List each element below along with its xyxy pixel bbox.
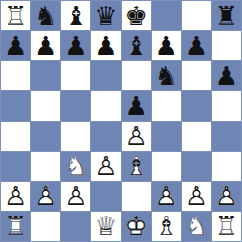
square-h7[interactable] bbox=[212, 31, 241, 60]
square-f4[interactable] bbox=[152, 122, 181, 151]
square-b6[interactable] bbox=[31, 61, 60, 90]
square-e2[interactable] bbox=[122, 182, 151, 211]
black-pawn-icon: ♟ bbox=[212, 61, 241, 90]
piece-white-pawn[interactable]: ♟♙ bbox=[212, 182, 241, 211]
black-pawn-icon: ♟ bbox=[1, 31, 30, 60]
square-a6[interactable] bbox=[1, 61, 30, 90]
square-f6[interactable]: ♞ bbox=[152, 61, 181, 90]
square-h3[interactable] bbox=[212, 152, 241, 181]
square-g4[interactable] bbox=[182, 122, 211, 151]
square-c7[interactable]: ♟ bbox=[61, 31, 90, 60]
square-e1[interactable]: ♚♔ bbox=[122, 212, 151, 241]
white-pawn-icon: ♙ bbox=[91, 152, 120, 181]
square-b5[interactable] bbox=[31, 91, 60, 120]
piece-white-knight[interactable]: ♞♘ bbox=[182, 212, 211, 241]
square-b1[interactable] bbox=[31, 212, 60, 241]
square-c3[interactable]: ♞♘ bbox=[61, 152, 90, 181]
square-c6[interactable] bbox=[61, 61, 90, 90]
piece-black-knight[interactable]: ♞ bbox=[31, 1, 60, 30]
square-a1[interactable]: ♜♖ bbox=[1, 212, 30, 241]
piece-black-pawn[interactable]: ♟ bbox=[182, 31, 211, 60]
piece-white-knight[interactable]: ♞♘ bbox=[61, 152, 90, 181]
black-queen-icon: ♛ bbox=[91, 1, 120, 30]
piece-black-pawn[interactable]: ♟ bbox=[212, 61, 241, 90]
black-king-icon: ♚ bbox=[122, 1, 151, 30]
square-b4[interactable] bbox=[31, 122, 60, 151]
piece-black-pawn[interactable]: ♟ bbox=[31, 31, 60, 60]
square-f5[interactable] bbox=[152, 91, 181, 120]
square-g6[interactable] bbox=[182, 61, 211, 90]
piece-white-pawn[interactable]: ♟♙ bbox=[91, 152, 120, 181]
piece-white-bishop[interactable]: ♝♗ bbox=[122, 152, 151, 181]
piece-black-king[interactable]: ♚ bbox=[122, 1, 151, 30]
square-d1[interactable]: ♛♕ bbox=[91, 212, 120, 241]
square-e6[interactable] bbox=[122, 61, 151, 90]
square-b8[interactable]: ♞ bbox=[31, 1, 60, 30]
white-rook-icon: ♖ bbox=[1, 212, 30, 241]
piece-white-pawn[interactable]: ♟♙ bbox=[182, 182, 211, 211]
square-f8[interactable] bbox=[152, 1, 181, 30]
square-a4[interactable] bbox=[1, 122, 30, 151]
square-h6[interactable]: ♟ bbox=[212, 61, 241, 90]
square-a2[interactable]: ♟♙ bbox=[1, 182, 30, 211]
white-pawn-icon: ♙ bbox=[212, 182, 241, 211]
white-pawn-icon: ♙ bbox=[152, 182, 181, 211]
square-e4[interactable]: ♟♙ bbox=[122, 122, 151, 151]
square-d6[interactable] bbox=[91, 61, 120, 90]
piece-white-rook[interactable]: ♜♖ bbox=[1, 212, 30, 241]
square-c8[interactable]: ♝ bbox=[61, 1, 90, 30]
black-knight-icon: ♞ bbox=[31, 1, 60, 30]
black-pawn-icon: ♟ bbox=[91, 31, 120, 60]
white-knight-icon: ♘ bbox=[61, 152, 90, 181]
square-d8[interactable]: ♛ bbox=[91, 1, 120, 30]
black-pawn-icon: ♟ bbox=[31, 31, 60, 60]
piece-white-pawn[interactable]: ♟♙ bbox=[1, 182, 30, 211]
square-g7[interactable]: ♟ bbox=[182, 31, 211, 60]
white-pawn-icon: ♙ bbox=[182, 182, 211, 211]
black-rook-icon: ♜ bbox=[212, 1, 241, 30]
black-pawn-icon: ♟ bbox=[61, 31, 90, 60]
piece-black-rook[interactable]: ♜ bbox=[212, 1, 241, 30]
square-h5[interactable] bbox=[212, 91, 241, 120]
square-g2[interactable]: ♟♙ bbox=[182, 182, 211, 211]
piece-white-pawn[interactable]: ♟♙ bbox=[31, 182, 60, 211]
square-g3[interactable] bbox=[182, 152, 211, 181]
piece-white-pawn[interactable]: ♟♙ bbox=[61, 182, 90, 211]
white-rook-icon: ♖ bbox=[1, 1, 30, 30]
piece-black-queen[interactable]: ♛ bbox=[91, 1, 120, 30]
square-a7[interactable]: ♟ bbox=[1, 31, 30, 60]
piece-black-pawn[interactable]: ♟ bbox=[91, 31, 120, 60]
square-g1[interactable]: ♞♘ bbox=[182, 212, 211, 241]
white-pawn-icon: ♙ bbox=[31, 182, 60, 211]
piece-black-knight[interactable]: ♞ bbox=[152, 61, 181, 90]
piece-black-pawn[interactable]: ♟ bbox=[61, 31, 90, 60]
black-pawn-icon: ♟ bbox=[122, 91, 151, 120]
square-c1[interactable] bbox=[61, 212, 90, 241]
square-a3[interactable] bbox=[1, 152, 30, 181]
square-e8[interactable]: ♚ bbox=[122, 1, 151, 30]
square-a8[interactable]: ♜♖ bbox=[1, 1, 30, 30]
square-e5[interactable]: ♟ bbox=[122, 91, 151, 120]
white-knight-icon: ♘ bbox=[182, 212, 211, 241]
square-d4[interactable] bbox=[91, 122, 120, 151]
square-c2[interactable]: ♟♙ bbox=[61, 182, 90, 211]
square-b3[interactable] bbox=[31, 152, 60, 181]
piece-white-pawn[interactable]: ♟♙ bbox=[152, 182, 181, 211]
square-c5[interactable] bbox=[61, 91, 90, 120]
square-h2[interactable]: ♟♙ bbox=[212, 182, 241, 211]
square-g5[interactable] bbox=[182, 91, 211, 120]
piece-white-rook[interactable]: ♜♖ bbox=[1, 1, 30, 30]
white-pawn-icon: ♙ bbox=[1, 182, 30, 211]
piece-white-rook[interactable]: ♜♖ bbox=[212, 212, 241, 241]
piece-white-bishop[interactable]: ♝♗ bbox=[152, 212, 181, 241]
black-bishop-icon: ♝ bbox=[61, 1, 90, 30]
square-d3[interactable]: ♟♙ bbox=[91, 152, 120, 181]
piece-white-king[interactable]: ♚♔ bbox=[122, 212, 151, 241]
black-pawn-icon: ♟ bbox=[152, 31, 181, 60]
square-h8[interactable]: ♜ bbox=[212, 1, 241, 30]
black-bishop-icon: ♝ bbox=[122, 31, 151, 60]
white-pawn-icon: ♙ bbox=[122, 122, 151, 151]
square-d2[interactable] bbox=[91, 182, 120, 211]
square-f1[interactable]: ♝♗ bbox=[152, 212, 181, 241]
black-pawn-icon: ♟ bbox=[182, 31, 211, 60]
piece-black-pawn[interactable]: ♟ bbox=[1, 31, 30, 60]
white-pawn-icon: ♙ bbox=[61, 182, 90, 211]
chess-board: ♜♖♞♝♛♚♜♟♟♟♟♝♟♟♞♟♟♟♙♞♘♟♙♝♗♟♙♟♙♟♙♟♙♟♙♟♙♜♖♛… bbox=[0, 0, 242, 242]
square-d7[interactable]: ♟ bbox=[91, 31, 120, 60]
white-rook-icon: ♖ bbox=[212, 212, 241, 241]
square-f3[interactable] bbox=[152, 152, 181, 181]
piece-black-bishop[interactable]: ♝ bbox=[61, 1, 90, 30]
square-h1[interactable]: ♜♖ bbox=[212, 212, 241, 241]
piece-black-bishop[interactable]: ♝ bbox=[122, 31, 151, 60]
square-b2[interactable]: ♟♙ bbox=[31, 182, 60, 211]
piece-black-pawn[interactable]: ♟ bbox=[152, 31, 181, 60]
square-f7[interactable]: ♟ bbox=[152, 31, 181, 60]
white-queen-icon: ♕ bbox=[91, 212, 120, 241]
piece-white-queen[interactable]: ♛♕ bbox=[91, 212, 120, 241]
square-e7[interactable]: ♝ bbox=[122, 31, 151, 60]
square-e3[interactable]: ♝♗ bbox=[122, 152, 151, 181]
square-c4[interactable] bbox=[61, 122, 90, 151]
square-b7[interactable]: ♟ bbox=[31, 31, 60, 60]
square-a5[interactable] bbox=[1, 91, 30, 120]
chess-board-container: ♜♖♞♝♛♚♜♟♟♟♟♝♟♟♞♟♟♟♙♞♘♟♙♝♗♟♙♟♙♟♙♟♙♟♙♟♙♜♖♛… bbox=[0, 0, 242, 242]
square-g8[interactable] bbox=[182, 1, 211, 30]
square-f2[interactable]: ♟♙ bbox=[152, 182, 181, 211]
piece-white-pawn[interactable]: ♟♙ bbox=[122, 122, 151, 151]
white-bishop-icon: ♗ bbox=[152, 212, 181, 241]
white-bishop-icon: ♗ bbox=[122, 152, 151, 181]
square-h4[interactable] bbox=[212, 122, 241, 151]
square-d5[interactable] bbox=[91, 91, 120, 120]
piece-black-pawn[interactable]: ♟ bbox=[122, 91, 151, 120]
black-knight-icon: ♞ bbox=[152, 61, 181, 90]
white-king-icon: ♔ bbox=[122, 212, 151, 241]
